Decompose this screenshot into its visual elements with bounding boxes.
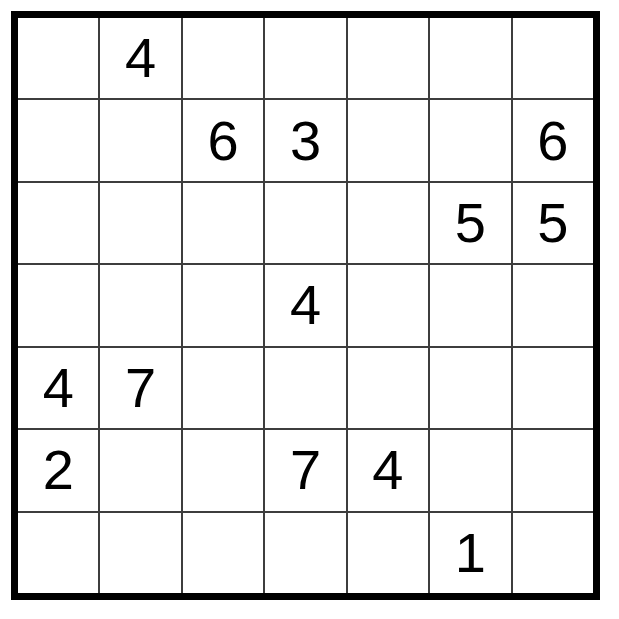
cell-r4c3[interactable] <box>183 265 263 345</box>
cell-r1c7[interactable] <box>513 18 593 98</box>
cell-r4c2[interactable] <box>100 265 180 345</box>
cell-r4c4-clue: 4 <box>265 265 345 345</box>
cell-r1c6[interactable] <box>430 18 510 98</box>
cell-r6c7[interactable] <box>513 430 593 510</box>
cell-r5c3[interactable] <box>183 348 263 428</box>
cell-r3c4[interactable] <box>265 183 345 263</box>
cell-r5c2-clue: 7 <box>100 348 180 428</box>
cell-r1c4[interactable] <box>265 18 345 98</box>
cell-r2c1[interactable] <box>18 100 98 180</box>
cell-r2c5[interactable] <box>348 100 428 180</box>
cell-r7c2[interactable] <box>100 513 180 593</box>
cell-r2c7-clue: 6 <box>513 100 593 180</box>
cell-r3c5[interactable] <box>348 183 428 263</box>
cell-r6c2[interactable] <box>100 430 180 510</box>
cell-r5c6[interactable] <box>430 348 510 428</box>
cell-r6c3[interactable] <box>183 430 263 510</box>
cell-r6c1-clue: 2 <box>18 430 98 510</box>
cell-r1c5[interactable] <box>348 18 428 98</box>
cell-r7c4[interactable] <box>265 513 345 593</box>
puzzle-board: 4636554472741 <box>11 11 600 600</box>
cell-r6c6[interactable] <box>430 430 510 510</box>
cell-r3c1[interactable] <box>18 183 98 263</box>
cell-r3c3[interactable] <box>183 183 263 263</box>
cell-r1c2-clue: 4 <box>100 18 180 98</box>
cell-r6c4-clue: 7 <box>265 430 345 510</box>
cell-r7c1[interactable] <box>18 513 98 593</box>
cell-r7c3[interactable] <box>183 513 263 593</box>
cell-r1c1[interactable] <box>18 18 98 98</box>
cell-r4c7[interactable] <box>513 265 593 345</box>
puzzle-grid: 4636554472741 <box>18 18 593 593</box>
cell-r5c1-clue: 4 <box>18 348 98 428</box>
cell-r2c6[interactable] <box>430 100 510 180</box>
cell-r3c6-clue: 5 <box>430 183 510 263</box>
puzzle-page: 4636554472741 <box>0 0 619 619</box>
cell-r7c7[interactable] <box>513 513 593 593</box>
cell-r2c4-clue: 3 <box>265 100 345 180</box>
cell-r3c2[interactable] <box>100 183 180 263</box>
cell-r4c1[interactable] <box>18 265 98 345</box>
cell-r1c3[interactable] <box>183 18 263 98</box>
cell-r2c3-clue: 6 <box>183 100 263 180</box>
cell-r7c5[interactable] <box>348 513 428 593</box>
cell-r5c5[interactable] <box>348 348 428 428</box>
cell-r6c5-clue: 4 <box>348 430 428 510</box>
cell-r3c7-clue: 5 <box>513 183 593 263</box>
cell-r2c2[interactable] <box>100 100 180 180</box>
cell-r4c6[interactable] <box>430 265 510 345</box>
cell-r7c6-clue: 1 <box>430 513 510 593</box>
cell-r4c5[interactable] <box>348 265 428 345</box>
cell-r5c7[interactable] <box>513 348 593 428</box>
cell-r5c4[interactable] <box>265 348 345 428</box>
